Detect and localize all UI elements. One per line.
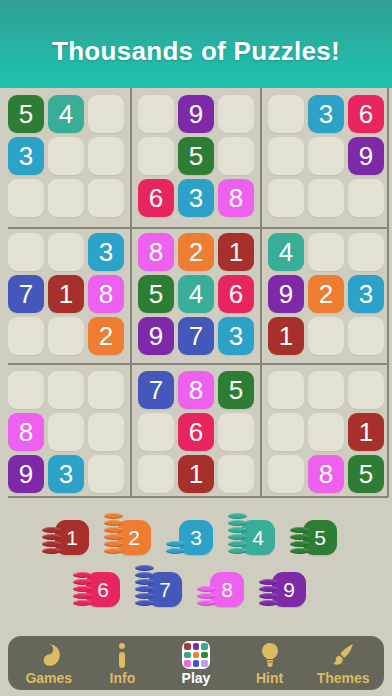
cell-r8c4-empty[interactable] <box>138 413 174 451</box>
cell-r4c3-3[interactable]: 3 <box>88 233 124 271</box>
cell-r3c2-empty[interactable] <box>48 179 84 217</box>
box-divider-vertical-1 <box>130 88 132 497</box>
cell-r8c9-1[interactable]: 1 <box>348 413 384 451</box>
cell-r1c3-empty[interactable] <box>88 95 124 133</box>
cell-r3c5-3[interactable]: 3 <box>178 179 214 217</box>
number-chip-1[interactable]: 1 <box>55 520 89 555</box>
toolbar-item-themes[interactable]: Themes <box>311 641 375 685</box>
number-chip-2[interactable]: 2 <box>117 520 151 555</box>
cell-r5c4-5[interactable]: 5 <box>138 275 174 313</box>
cell-r1c6-empty[interactable] <box>218 95 254 133</box>
cell-r4c9-empty[interactable] <box>348 233 384 271</box>
chip-4-remaining-stack <box>228 513 247 554</box>
cell-r9c6-empty[interactable] <box>218 455 254 493</box>
number-chip-6[interactable]: 6 <box>86 572 120 607</box>
number-chip-tray: 12345 6789 <box>0 520 392 607</box>
toolbar-item-hint[interactable]: Hint <box>238 641 302 685</box>
cell-r6c2-empty[interactable] <box>48 317 84 355</box>
bottom-toolbar: Games Info Play Hint Themes <box>8 636 384 690</box>
chip-1-remaining-stack <box>42 527 61 554</box>
cell-r3c3-empty[interactable] <box>88 179 124 217</box>
box-divider-horizontal-1 <box>8 227 388 229</box>
cell-r9c1-9[interactable]: 9 <box>8 455 44 493</box>
cell-r2c7-empty[interactable] <box>268 137 304 175</box>
toolbar-item-games[interactable]: Games <box>17 641 81 685</box>
cell-r3c9-empty[interactable] <box>348 179 384 217</box>
games-icon <box>36 641 62 669</box>
board-border-bottom <box>8 496 388 498</box>
cell-r2c4-empty[interactable] <box>138 137 174 175</box>
cell-r6c8-empty[interactable] <box>308 317 344 355</box>
cell-r1c5-9[interactable]: 9 <box>178 95 214 133</box>
cell-r4c2-empty[interactable] <box>48 233 84 271</box>
cell-r6c4-9[interactable]: 9 <box>138 317 174 355</box>
cell-r2c8-empty[interactable] <box>308 137 344 175</box>
cell-r3c7-empty[interactable] <box>268 179 304 217</box>
board-border-right <box>387 88 389 497</box>
cell-r4c7-4[interactable]: 4 <box>268 233 304 271</box>
cell-r4c4-8[interactable]: 8 <box>138 233 174 271</box>
play-grid-icon <box>182 641 210 669</box>
cell-r9c8-8[interactable]: 8 <box>308 455 344 493</box>
cell-r2c6-empty[interactable] <box>218 137 254 175</box>
cell-r8c2-empty[interactable] <box>48 413 84 451</box>
cell-r6c6-3[interactable]: 3 <box>218 317 254 355</box>
cell-r6c9-empty[interactable] <box>348 317 384 355</box>
cell-r5c1-7[interactable]: 7 <box>8 275 44 313</box>
cell-r6c5-7[interactable]: 7 <box>178 317 214 355</box>
cell-r1c1-5[interactable]: 5 <box>8 95 44 133</box>
cell-r1c2-4[interactable]: 4 <box>48 95 84 133</box>
cell-r6c7-1[interactable]: 1 <box>268 317 304 355</box>
cell-r8c7-empty[interactable] <box>268 413 304 451</box>
cell-r5c7-9[interactable]: 9 <box>268 275 304 313</box>
number-chip-5[interactable]: 5 <box>303 520 337 555</box>
cell-r2c2-empty[interactable] <box>48 137 84 175</box>
hint-bulb-icon <box>258 641 282 669</box>
cell-r7c9-empty[interactable] <box>348 371 384 409</box>
toolbar-label-games: Games <box>25 671 72 685</box>
cell-r1c7-empty[interactable] <box>268 95 304 133</box>
number-chip-7[interactable]: 7 <box>148 572 182 607</box>
chip-row-2: 6789 <box>0 572 392 607</box>
chip-row-1: 12345 <box>0 520 392 555</box>
cell-r9c2-3[interactable]: 3 <box>48 455 84 493</box>
cell-r2c9-9[interactable]: 9 <box>348 137 384 175</box>
cell-r4c5-2[interactable]: 2 <box>178 233 214 271</box>
cell-r7c2-empty[interactable] <box>48 371 84 409</box>
cell-r3c4-6[interactable]: 6 <box>138 179 174 217</box>
cell-r5c3-8[interactable]: 8 <box>88 275 124 313</box>
page-title: Thousands of Puzzles! <box>52 36 340 67</box>
cell-r3c8-empty[interactable] <box>308 179 344 217</box>
cell-r8c8-empty[interactable] <box>308 413 344 451</box>
cell-r8c3-empty[interactable] <box>88 413 124 451</box>
cell-r5c5-4[interactable]: 4 <box>178 275 214 313</box>
chip-7-remaining-stack <box>135 565 154 606</box>
toolbar-label-themes: Themes <box>317 671 370 685</box>
cell-r5c9-3[interactable]: 3 <box>348 275 384 313</box>
chip-5-remaining-stack <box>290 527 309 554</box>
info-icon <box>119 641 125 669</box>
chip-6-remaining-stack <box>73 572 92 606</box>
cell-r2c1-3[interactable]: 3 <box>8 137 44 175</box>
cell-r2c5-5[interactable]: 5 <box>178 137 214 175</box>
cell-r8c6-empty[interactable] <box>218 413 254 451</box>
cell-r1c8-3[interactable]: 3 <box>308 95 344 133</box>
cell-r6c3-2[interactable]: 2 <box>88 317 124 355</box>
themes-brush-icon <box>330 641 356 669</box>
sudoku-board: 5493635963838214718546923297317858619318… <box>0 88 392 502</box>
cell-r8c1-8[interactable]: 8 <box>8 413 44 451</box>
cell-r7c6-5[interactable]: 5 <box>218 371 254 409</box>
cell-r8c5-6[interactable]: 6 <box>178 413 214 451</box>
cell-r9c4-empty[interactable] <box>138 455 174 493</box>
cell-r9c3-empty[interactable] <box>88 455 124 493</box>
cell-r5c8-2[interactable]: 2 <box>308 275 344 313</box>
cell-r7c5-8[interactable]: 8 <box>178 371 214 409</box>
header-banner: Thousands of Puzzles! <box>0 0 392 88</box>
cell-r9c7-empty[interactable] <box>268 455 304 493</box>
cell-r9c5-1[interactable]: 1 <box>178 455 214 493</box>
cell-r5c6-6[interactable]: 6 <box>218 275 254 313</box>
cell-r7c7-empty[interactable] <box>268 371 304 409</box>
toolbar-item-play[interactable]: Play <box>164 641 228 685</box>
box-divider-horizontal-2 <box>8 363 388 365</box>
toolbar-label-play: Play <box>182 671 211 685</box>
cell-r6c1-empty[interactable] <box>8 317 44 355</box>
cell-r1c9-6[interactable]: 6 <box>348 95 384 133</box>
chip-3-remaining-stack <box>166 541 185 554</box>
cell-r4c1-empty[interactable] <box>8 233 44 271</box>
cell-r7c3-empty[interactable] <box>88 371 124 409</box>
cell-r7c1-empty[interactable] <box>8 371 44 409</box>
chip-9-remaining-stack <box>259 579 278 606</box>
box-divider-vertical-2 <box>260 88 262 497</box>
cell-r3c1-empty[interactable] <box>8 179 44 217</box>
cell-r3c6-8[interactable]: 8 <box>218 179 254 217</box>
cell-r5c2-1[interactable]: 1 <box>48 275 84 313</box>
chip-2-remaining-stack <box>104 513 123 554</box>
chip-8-remaining-stack <box>197 586 216 606</box>
number-chip-3[interactable]: 3 <box>179 520 213 555</box>
toolbar-label-hint: Hint <box>256 671 283 685</box>
cell-r7c4-7[interactable]: 7 <box>138 371 174 409</box>
number-chip-8[interactable]: 8 <box>210 572 244 607</box>
cell-r4c6-1[interactable]: 1 <box>218 233 254 271</box>
number-chip-9[interactable]: 9 <box>272 572 306 607</box>
cell-r7c8-empty[interactable] <box>308 371 344 409</box>
cell-r9c9-5[interactable]: 5 <box>348 455 384 493</box>
cell-r2c3-empty[interactable] <box>88 137 124 175</box>
cell-r4c8-empty[interactable] <box>308 233 344 271</box>
number-chip-4[interactable]: 4 <box>241 520 275 555</box>
sudoku-cells: 5493635963838214718546923297317858619318… <box>0 88 392 493</box>
play-grid-squares <box>182 641 210 669</box>
toolbar-item-info[interactable]: Info <box>90 641 154 685</box>
toolbar-label-info: Info <box>110 671 136 685</box>
cell-r1c4-empty[interactable] <box>138 95 174 133</box>
